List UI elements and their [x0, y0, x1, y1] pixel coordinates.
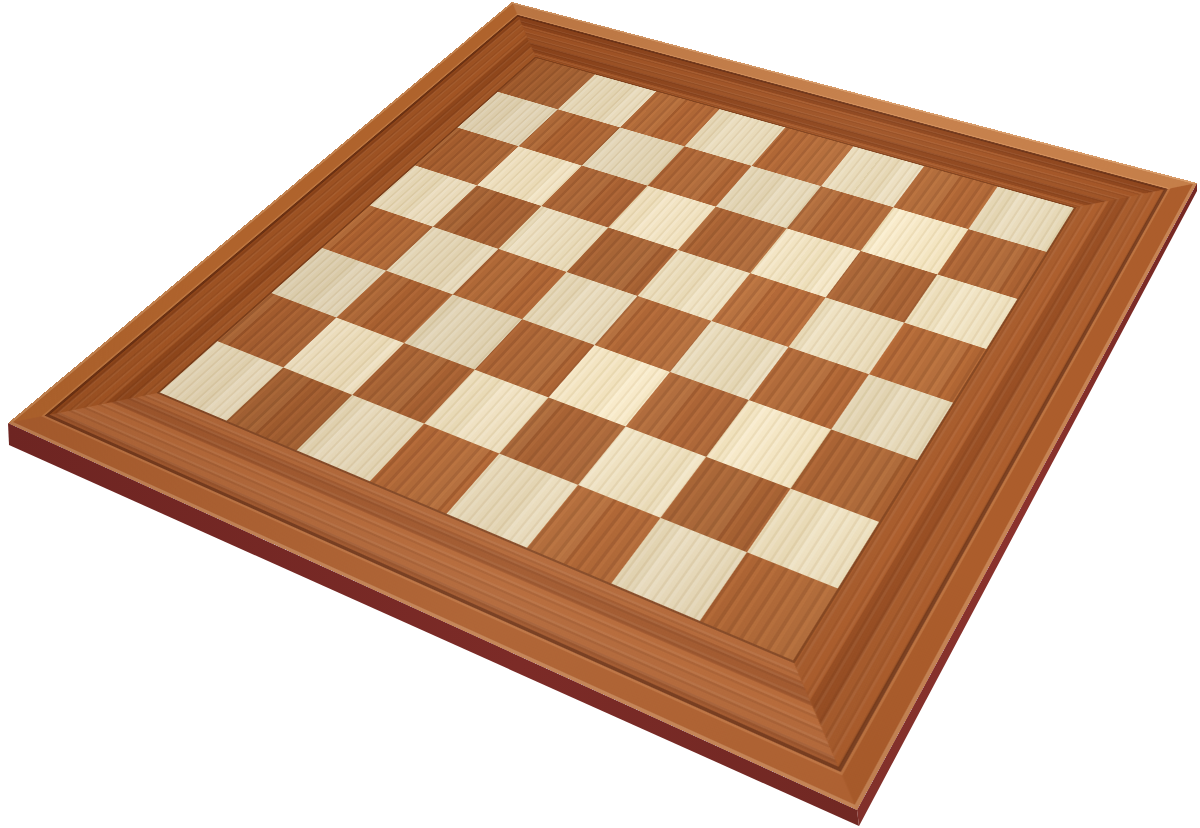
chessboard-product-photo: [0, 0, 1200, 828]
